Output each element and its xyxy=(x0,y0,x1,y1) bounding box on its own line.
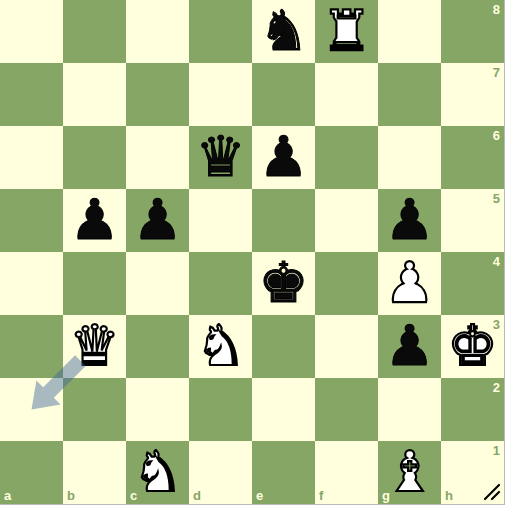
piece-white-knight-d3[interactable]: ♞ xyxy=(189,315,252,378)
rank-label-5: 5 xyxy=(493,192,500,205)
square-f8[interactable]: ♜ xyxy=(315,0,378,63)
rank-label-7: 7 xyxy=(493,66,500,79)
square-a3[interactable] xyxy=(0,315,63,378)
square-b1[interactable]: b xyxy=(63,441,126,504)
square-a4[interactable] xyxy=(0,252,63,315)
square-e1[interactable]: e xyxy=(252,441,315,504)
square-h3[interactable]: ♚3 xyxy=(441,315,504,378)
square-h7[interactable]: 7 xyxy=(441,63,504,126)
piece-white-bishop-g1[interactable]: ♝ xyxy=(378,441,441,504)
square-h6[interactable]: 6 xyxy=(441,126,504,189)
piece-white-queen-b3[interactable]: ♛ xyxy=(63,315,126,378)
square-d3[interactable]: ♞ xyxy=(189,315,252,378)
square-h5[interactable]: 5 xyxy=(441,189,504,252)
square-g2[interactable] xyxy=(378,378,441,441)
file-label-b: b xyxy=(67,489,75,502)
piece-black-pawn-g3[interactable]: ♟ xyxy=(378,315,441,378)
file-label-h: h xyxy=(445,489,453,502)
square-e3[interactable] xyxy=(252,315,315,378)
piece-black-king-e4[interactable]: ♚ xyxy=(252,252,315,315)
piece-white-pawn-g4[interactable]: ♟ xyxy=(378,252,441,315)
rank-label-6: 6 xyxy=(493,129,500,142)
resize-grip-icon xyxy=(482,482,501,501)
square-b8[interactable] xyxy=(63,0,126,63)
piece-white-knight-c1[interactable]: ♞ xyxy=(126,441,189,504)
square-h8[interactable]: 8 xyxy=(441,0,504,63)
chess-board-page: ♞♜87♛♟6♟♟♟5♚♟4♛♞♟♚32ab♞cdef♝g1h xyxy=(0,0,508,508)
piece-black-pawn-g5[interactable]: ♟ xyxy=(378,189,441,252)
square-b3[interactable]: ♛ xyxy=(63,315,126,378)
square-a7[interactable] xyxy=(0,63,63,126)
square-f2[interactable] xyxy=(315,378,378,441)
square-c3[interactable] xyxy=(126,315,189,378)
square-f4[interactable] xyxy=(315,252,378,315)
piece-black-knight-e8[interactable]: ♞ xyxy=(252,0,315,63)
square-g8[interactable] xyxy=(378,0,441,63)
file-label-e: e xyxy=(256,489,263,502)
square-h4[interactable]: 4 xyxy=(441,252,504,315)
square-c5[interactable]: ♟ xyxy=(126,189,189,252)
file-label-d: d xyxy=(193,489,201,502)
square-d6[interactable]: ♛ xyxy=(189,126,252,189)
square-b6[interactable] xyxy=(63,126,126,189)
square-d5[interactable] xyxy=(189,189,252,252)
square-g6[interactable] xyxy=(378,126,441,189)
square-a8[interactable] xyxy=(0,0,63,63)
square-c8[interactable] xyxy=(126,0,189,63)
square-c1[interactable]: ♞c xyxy=(126,441,189,504)
square-e2[interactable] xyxy=(252,378,315,441)
square-c6[interactable] xyxy=(126,126,189,189)
rank-label-1: 1 xyxy=(493,444,500,457)
file-label-f: f xyxy=(319,489,323,502)
square-f7[interactable] xyxy=(315,63,378,126)
square-c4[interactable] xyxy=(126,252,189,315)
board-resize-handle[interactable] xyxy=(482,482,501,501)
square-h2[interactable]: 2 xyxy=(441,378,504,441)
square-a2[interactable] xyxy=(0,378,63,441)
piece-black-pawn-b5[interactable]: ♟ xyxy=(63,189,126,252)
square-d8[interactable] xyxy=(189,0,252,63)
piece-black-queen-d6[interactable]: ♛ xyxy=(189,126,252,189)
square-b5[interactable]: ♟ xyxy=(63,189,126,252)
square-d4[interactable] xyxy=(189,252,252,315)
square-d1[interactable]: d xyxy=(189,441,252,504)
square-g7[interactable] xyxy=(378,63,441,126)
square-e4[interactable]: ♚ xyxy=(252,252,315,315)
piece-black-pawn-c5[interactable]: ♟ xyxy=(126,189,189,252)
square-g1[interactable]: ♝g xyxy=(378,441,441,504)
file-label-a: a xyxy=(4,489,11,502)
square-e6[interactable]: ♟ xyxy=(252,126,315,189)
rank-label-2: 2 xyxy=(493,381,500,394)
square-f5[interactable] xyxy=(315,189,378,252)
square-f6[interactable] xyxy=(315,126,378,189)
square-f1[interactable]: f xyxy=(315,441,378,504)
square-a1[interactable]: a xyxy=(0,441,63,504)
square-e7[interactable] xyxy=(252,63,315,126)
square-b7[interactable] xyxy=(63,63,126,126)
chess-board: ♞♜87♛♟6♟♟♟5♚♟4♛♞♟♚32ab♞cdef♝g1h xyxy=(0,0,504,504)
square-d7[interactable] xyxy=(189,63,252,126)
square-c2[interactable] xyxy=(126,378,189,441)
piece-white-rook-f8[interactable]: ♜ xyxy=(315,0,378,63)
piece-white-king-h3[interactable]: ♚ xyxy=(441,315,504,378)
square-g5[interactable]: ♟ xyxy=(378,189,441,252)
rank-label-4: 4 xyxy=(493,255,500,268)
square-a6[interactable] xyxy=(0,126,63,189)
square-d2[interactable] xyxy=(189,378,252,441)
square-c7[interactable] xyxy=(126,63,189,126)
square-g4[interactable]: ♟ xyxy=(378,252,441,315)
square-e5[interactable] xyxy=(252,189,315,252)
square-a5[interactable] xyxy=(0,189,63,252)
square-b2[interactable] xyxy=(63,378,126,441)
square-b4[interactable] xyxy=(63,252,126,315)
square-f3[interactable] xyxy=(315,315,378,378)
piece-black-pawn-e6[interactable]: ♟ xyxy=(252,126,315,189)
rank-label-8: 8 xyxy=(493,3,500,16)
square-g3[interactable]: ♟ xyxy=(378,315,441,378)
square-e8[interactable]: ♞ xyxy=(252,0,315,63)
